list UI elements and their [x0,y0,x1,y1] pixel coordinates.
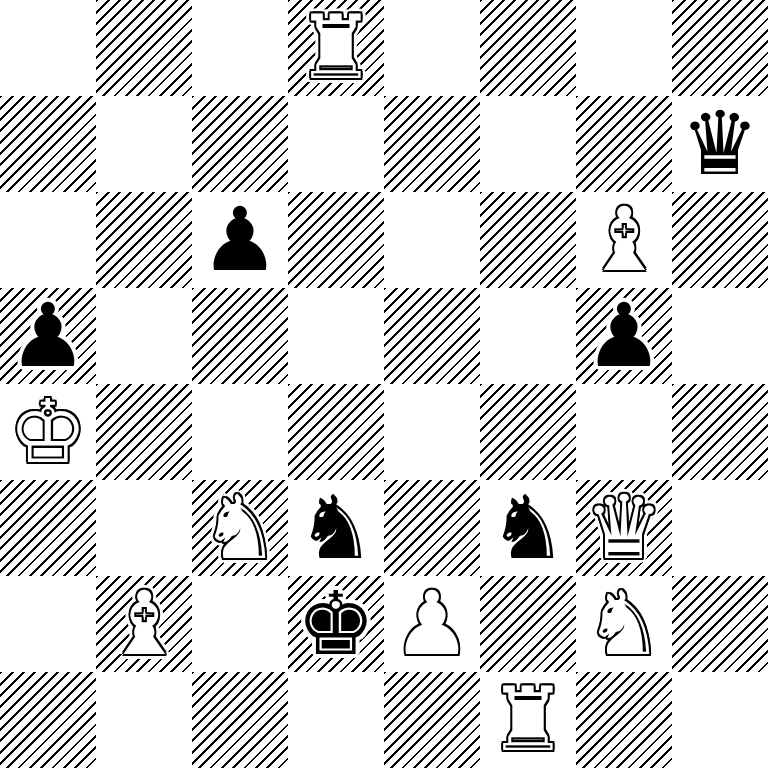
square-b2[interactable]: ♝ [96,576,192,672]
square-g1[interactable] [576,672,672,768]
square-e3[interactable] [384,480,480,576]
white-queen-g3: ♛ [585,480,664,576]
white-bishop-b2: ♝ [105,576,184,672]
square-f8[interactable] [480,0,576,96]
square-h8[interactable] [672,0,768,96]
square-d1[interactable] [288,672,384,768]
square-e4[interactable] [384,384,480,480]
square-c3[interactable]: ♞ [192,480,288,576]
square-e7[interactable] [384,96,480,192]
square-f6[interactable] [480,192,576,288]
square-h5[interactable] [672,288,768,384]
square-b8[interactable] [96,0,192,96]
square-g4[interactable] [576,384,672,480]
square-b6[interactable] [96,192,192,288]
square-h1[interactable] [672,672,768,768]
square-e6[interactable] [384,192,480,288]
square-h6[interactable] [672,192,768,288]
square-c8[interactable] [192,0,288,96]
square-e2[interactable]: ♟ [384,576,480,672]
square-b7[interactable] [96,96,192,192]
square-d5[interactable] [288,288,384,384]
black-knight-f3: ♞ [489,480,568,576]
square-h4[interactable] [672,384,768,480]
square-f1[interactable]: ♜ [480,672,576,768]
square-g5[interactable]: ♟ [576,288,672,384]
square-f7[interactable] [480,96,576,192]
square-a8[interactable] [0,0,96,96]
square-g2[interactable]: ♞ [576,576,672,672]
square-a1[interactable] [0,672,96,768]
square-f5[interactable] [480,288,576,384]
square-c5[interactable] [192,288,288,384]
square-h2[interactable] [672,576,768,672]
square-f3[interactable]: ♞ [480,480,576,576]
chess-diagram: ♜♛♟♝♟♟♚♞♞♞♛♝♚♟♞♜ [0,0,768,768]
square-e5[interactable] [384,288,480,384]
square-f2[interactable] [480,576,576,672]
square-g3[interactable]: ♛ [576,480,672,576]
square-a4[interactable]: ♚ [0,384,96,480]
square-g6[interactable]: ♝ [576,192,672,288]
black-queen-h7: ♛ [681,96,760,192]
white-knight-c3: ♞ [201,480,280,576]
square-a6[interactable] [0,192,96,288]
square-c2[interactable] [192,576,288,672]
square-d2[interactable]: ♚ [288,576,384,672]
square-d7[interactable] [288,96,384,192]
square-e8[interactable] [384,0,480,96]
square-h7[interactable]: ♛ [672,96,768,192]
black-knight-d3: ♞ [297,480,376,576]
black-pawn-g5: ♟ [585,288,664,384]
square-c6[interactable]: ♟ [192,192,288,288]
square-g7[interactable] [576,96,672,192]
square-e1[interactable] [384,672,480,768]
square-g8[interactable] [576,0,672,96]
square-c4[interactable] [192,384,288,480]
square-d6[interactable] [288,192,384,288]
square-a3[interactable] [0,480,96,576]
white-rook-f1: ♜ [489,672,568,768]
white-pawn-e2: ♟ [393,576,472,672]
square-a5[interactable]: ♟ [0,288,96,384]
square-b5[interactable] [96,288,192,384]
black-king-d2: ♚ [297,576,376,672]
black-pawn-a5: ♟ [9,288,88,384]
square-c7[interactable] [192,96,288,192]
white-bishop-g6: ♝ [585,192,664,288]
square-a7[interactable] [0,96,96,192]
white-knight-g2: ♞ [585,576,664,672]
square-d8[interactable]: ♜ [288,0,384,96]
square-d3[interactable]: ♞ [288,480,384,576]
square-b1[interactable] [96,672,192,768]
square-a2[interactable] [0,576,96,672]
square-b3[interactable] [96,480,192,576]
white-king-a4: ♚ [9,384,88,480]
square-f4[interactable] [480,384,576,480]
square-h3[interactable] [672,480,768,576]
square-b4[interactable] [96,384,192,480]
chess-board: ♜♛♟♝♟♟♚♞♞♞♛♝♚♟♞♜ [0,0,768,768]
white-rook-d8: ♜ [297,0,376,96]
square-d4[interactable] [288,384,384,480]
square-c1[interactable] [192,672,288,768]
black-pawn-c6: ♟ [201,192,280,288]
